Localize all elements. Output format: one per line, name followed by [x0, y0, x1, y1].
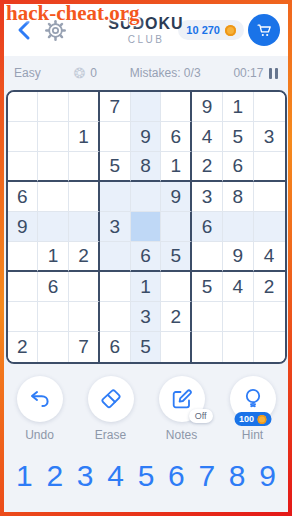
pause-button[interactable] — [269, 68, 278, 79]
sudoku-cell[interactable]: 1 — [69, 122, 100, 152]
sudoku-cell[interactable] — [38, 302, 69, 332]
undo-circle — [17, 376, 63, 422]
app-title-sub: CLUB — [108, 34, 183, 45]
award-icon: ❂ — [74, 65, 86, 81]
erase-circle — [88, 376, 134, 422]
sudoku-cell[interactable]: 8 — [223, 182, 254, 212]
sudoku-cell[interactable] — [161, 92, 192, 122]
sudoku-cell[interactable] — [8, 302, 39, 332]
hint-label: Hint — [242, 428, 263, 442]
sudoku-cell[interactable]: 6 — [38, 272, 69, 302]
numpad-digit[interactable]: 9 — [259, 458, 276, 494]
sudoku-cell[interactable] — [254, 302, 285, 332]
sudoku-cell[interactable]: 9 — [131, 122, 162, 152]
sudoku-cell[interactable]: 9 — [223, 242, 254, 272]
sudoku-cell[interactable] — [100, 302, 131, 332]
sudoku-cell[interactable]: 4 — [254, 242, 285, 272]
sudoku-cell[interactable] — [161, 272, 192, 302]
sudoku-cell[interactable] — [38, 332, 69, 362]
sudoku-cell[interactable]: 7 — [100, 92, 131, 122]
sudoku-cell[interactable]: 9 — [161, 182, 192, 212]
numpad-digit[interactable]: 4 — [107, 458, 124, 494]
screenshot-frame: hack-cheat.org — [0, 0, 292, 516]
sudoku-cell[interactable]: 5 — [131, 332, 162, 362]
header-right-group: 10 270 — [178, 14, 280, 46]
mistakes-label: Mistakes: 0/3 — [130, 66, 201, 80]
awards-count: ❂ 0 — [74, 65, 97, 81]
numpad-digit[interactable]: 5 — [138, 458, 155, 494]
sudoku-cell[interactable]: 9 — [192, 92, 223, 122]
sudoku-cell[interactable] — [38, 92, 69, 122]
numpad-digit[interactable]: 7 — [198, 458, 215, 494]
sudoku-cell[interactable]: 9 — [8, 212, 39, 242]
sudoku-cell[interactable]: 3 — [192, 182, 223, 212]
undo-button[interactable]: Undo — [9, 376, 71, 442]
notes-button[interactable]: Off Notes — [151, 376, 213, 442]
sudoku-cell[interactable]: 1 — [223, 92, 254, 122]
sudoku-cell[interactable]: 6 — [131, 242, 162, 272]
sudoku-cell[interactable] — [131, 92, 162, 122]
coin-icon — [257, 415, 266, 424]
app-screen: SUDOKU CLUB 10 270 Easy — [4, 4, 288, 512]
sudoku-cell[interactable]: 7 — [69, 332, 100, 362]
sudoku-cell[interactable] — [8, 92, 39, 122]
hint-button[interactable]: 100 Hint — [222, 376, 284, 442]
sudoku-cell[interactable]: 6 — [8, 182, 39, 212]
sudoku-cell[interactable]: 1 — [161, 152, 192, 182]
sudoku-cell[interactable]: 5 — [192, 272, 223, 302]
coins-balance[interactable]: 10 270 — [178, 20, 244, 40]
sudoku-cell[interactable] — [223, 212, 254, 242]
hint-badge: 100 — [234, 412, 271, 426]
coin-icon — [225, 25, 236, 36]
top-bar: SUDOKU CLUB 10 270 — [4, 4, 288, 56]
coins-amount: 10 270 — [186, 24, 220, 36]
sudoku-cell[interactable]: 4 — [192, 122, 223, 152]
sudoku-cell[interactable]: 5 — [100, 152, 131, 182]
sudoku-cell[interactable]: 3 — [131, 302, 162, 332]
sudoku-cell[interactable] — [192, 242, 223, 272]
sudoku-board: 79119645358126693893612659461542322765 — [6, 90, 287, 364]
sudoku-cell[interactable] — [131, 212, 162, 242]
sudoku-cell[interactable] — [8, 242, 39, 272]
sudoku-cell[interactable] — [38, 212, 69, 242]
sudoku-cell[interactable] — [69, 272, 100, 302]
sudoku-cell[interactable] — [254, 332, 285, 362]
undo-icon — [28, 387, 52, 411]
sudoku-cell[interactable]: 2 — [254, 272, 285, 302]
sudoku-cell[interactable] — [161, 212, 192, 242]
sudoku-cell[interactable] — [8, 152, 39, 182]
sudoku-cell[interactable]: 5 — [223, 122, 254, 152]
erase-label: Erase — [95, 428, 126, 442]
shop-button[interactable] — [248, 14, 280, 46]
sudoku-cell[interactable]: 2 — [161, 302, 192, 332]
sudoku-cell[interactable] — [192, 302, 223, 332]
eraser-icon — [99, 387, 123, 411]
sudoku-cell[interactable]: 1 — [38, 242, 69, 272]
sudoku-cell[interactable] — [69, 92, 100, 122]
sudoku-cell[interactable] — [69, 302, 100, 332]
sudoku-cell[interactable]: 2 — [8, 332, 39, 362]
sudoku-cell[interactable]: 3 — [254, 122, 285, 152]
sudoku-cell[interactable]: 2 — [192, 152, 223, 182]
notes-pencil-icon — [170, 387, 194, 411]
difficulty-label: Easy — [14, 66, 41, 80]
sudoku-cell[interactable] — [69, 212, 100, 242]
hint-badge-value: 100 — [239, 414, 254, 424]
numpad-digit[interactable]: 3 — [77, 458, 94, 494]
sudoku-cell[interactable]: 3 — [100, 212, 131, 242]
sudoku-cell[interactable] — [254, 152, 285, 182]
sudoku-cell[interactable] — [100, 122, 131, 152]
numpad-digit[interactable]: 6 — [168, 458, 185, 494]
sudoku-cell[interactable] — [8, 122, 39, 152]
numpad-digit[interactable]: 1 — [16, 458, 33, 494]
lightbulb-icon — [241, 387, 265, 411]
sudoku-cell[interactable]: 2 — [69, 242, 100, 272]
sudoku-cell[interactable] — [192, 332, 223, 362]
notes-off-badge: Off — [189, 409, 213, 423]
sudoku-cell[interactable] — [100, 272, 131, 302]
chevron-left-icon — [15, 19, 33, 41]
number-pad: 123456789 — [4, 458, 288, 494]
sudoku-cell[interactable] — [254, 182, 285, 212]
sudoku-cell[interactable]: 8 — [131, 152, 162, 182]
undo-label: Undo — [25, 428, 54, 442]
app-title-main: SUDOKU — [108, 15, 183, 33]
sudoku-cell[interactable] — [100, 182, 131, 212]
app-title: SUDOKU CLUB — [108, 15, 183, 45]
cart-icon — [256, 22, 273, 39]
sudoku-cell[interactable]: 6 — [100, 332, 131, 362]
sudoku-cell[interactable] — [69, 182, 100, 212]
sudoku-cell[interactable] — [223, 332, 254, 362]
sudoku-cell[interactable] — [161, 332, 192, 362]
sudoku-cell[interactable]: 5 — [161, 242, 192, 272]
back-button[interactable] — [12, 17, 36, 43]
settings-button[interactable] — [42, 17, 68, 43]
sudoku-cell[interactable] — [38, 152, 69, 182]
awards-value: 0 — [90, 66, 97, 80]
gear-icon — [44, 19, 67, 42]
sudoku-cell[interactable] — [69, 152, 100, 182]
sudoku-cell[interactable]: 1 — [131, 272, 162, 302]
sudoku-cell[interactable] — [100, 242, 131, 272]
status-bar: Easy ❂ 0 Mistakes: 0/3 00:17 — [4, 56, 288, 90]
notes-label: Notes — [166, 428, 197, 442]
sudoku-cell[interactable] — [223, 302, 254, 332]
sudoku-cell[interactable]: 4 — [223, 272, 254, 302]
sudoku-cell[interactable]: 6 — [192, 212, 223, 242]
numpad-digit[interactable]: 8 — [229, 458, 246, 494]
sudoku-cell[interactable] — [38, 182, 69, 212]
timer-group: 00:17 — [233, 66, 278, 80]
game-toolbar: Undo Erase Off — [4, 376, 288, 442]
erase-button[interactable]: Erase — [80, 376, 142, 442]
sudoku-cell[interactable] — [254, 92, 285, 122]
numpad-digit[interactable]: 2 — [46, 458, 63, 494]
sudoku-cell[interactable] — [254, 212, 285, 242]
timer-value: 00:17 — [233, 66, 263, 80]
sudoku-cell[interactable] — [8, 272, 39, 302]
sudoku-cell[interactable] — [38, 122, 69, 152]
sudoku-cell[interactable]: 6 — [161, 122, 192, 152]
sudoku-cell[interactable]: 6 — [223, 152, 254, 182]
sudoku-cell[interactable] — [131, 182, 162, 212]
